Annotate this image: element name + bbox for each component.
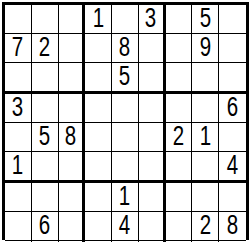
sudoku-board: 135728953658211416428489 (2, 2, 249, 240)
cell-r5c2: 5 (32, 123, 59, 152)
cell-r5c3: 8 (59, 123, 86, 152)
cell-r2c3[interactable] (59, 34, 86, 63)
cell-r3c4[interactable] (85, 63, 112, 94)
cell-r8c3[interactable] (59, 212, 86, 241)
cell-r3c6[interactable] (139, 63, 166, 94)
given-digit: 7 (12, 34, 23, 62)
given-digit: 2 (200, 212, 211, 240)
cell-r4c8[interactable] (192, 94, 219, 123)
cell-r1c8: 5 (192, 5, 219, 34)
cell-r3c5: 5 (112, 63, 139, 94)
cell-r2c5: 8 (112, 34, 139, 63)
cell-r2c9[interactable] (219, 34, 246, 63)
cell-r3c2[interactable] (32, 63, 59, 94)
cell-r2c4[interactable] (85, 34, 112, 63)
given-digit: 3 (145, 5, 156, 33)
given-digit: 1 (12, 152, 23, 180)
given-digit: 1 (119, 183, 130, 211)
cell-r6c3[interactable] (59, 152, 86, 183)
cell-r5c8: 1 (192, 123, 219, 152)
cell-r8c1[interactable] (5, 212, 32, 241)
cell-r6c2[interactable] (32, 152, 59, 183)
cell-r4c9: 6 (219, 94, 246, 123)
cell-r5c6[interactable] (139, 123, 166, 152)
given-digit: 1 (200, 123, 211, 151)
cell-r7c2[interactable] (32, 183, 59, 212)
cell-r5c4[interactable] (85, 123, 112, 152)
given-digit: 4 (227, 152, 238, 180)
cell-r4c7[interactable] (166, 94, 193, 123)
given-digit: 5 (39, 123, 50, 151)
cell-r1c6: 3 (139, 5, 166, 34)
cell-r6c5[interactable] (112, 152, 139, 183)
cell-r1c5[interactable] (112, 5, 139, 34)
given-digit: 9 (200, 34, 211, 62)
cell-r5c9[interactable] (219, 123, 246, 152)
given-digit: 1 (93, 5, 104, 33)
given-digit: 2 (173, 123, 184, 151)
cell-r7c3[interactable] (59, 183, 86, 212)
cell-r8c5: 4 (112, 212, 139, 241)
cell-r8c6[interactable] (139, 212, 166, 241)
cell-r2c8: 9 (192, 34, 219, 63)
cell-r6c7[interactable] (166, 152, 193, 183)
cell-r7c4[interactable] (85, 183, 112, 212)
cell-r5c1[interactable] (5, 123, 32, 152)
cell-r3c9[interactable] (219, 63, 246, 94)
given-digit: 4 (119, 212, 130, 240)
cell-r3c8[interactable] (192, 63, 219, 94)
cell-r8c4[interactable] (85, 212, 112, 241)
cell-r2c2: 2 (32, 34, 59, 63)
cell-r1c3[interactable] (59, 5, 86, 34)
cell-r8c9: 8 (219, 212, 246, 241)
cell-r7c1[interactable] (5, 183, 32, 212)
given-digit: 8 (227, 212, 238, 240)
given-digit: 3 (12, 94, 23, 122)
cell-r4c2[interactable] (32, 94, 59, 123)
cell-r2c6[interactable] (139, 34, 166, 63)
cell-r4c4[interactable] (85, 94, 112, 123)
cell-r3c3[interactable] (59, 63, 86, 94)
given-digit: 8 (119, 34, 130, 62)
cell-r6c1: 1 (5, 152, 32, 183)
cell-r7c5: 1 (112, 183, 139, 212)
given-digit: 6 (227, 94, 238, 122)
cell-r7c9[interactable] (219, 183, 246, 212)
given-digit: 5 (119, 63, 130, 91)
cell-r1c7[interactable] (166, 5, 193, 34)
cell-r4c1: 3 (5, 94, 32, 123)
cell-r4c3[interactable] (59, 94, 86, 123)
cell-r7c8[interactable] (192, 183, 219, 212)
cell-r7c6[interactable] (139, 183, 166, 212)
cell-r6c8[interactable] (192, 152, 219, 183)
cell-r1c2[interactable] (32, 5, 59, 34)
cell-r5c5[interactable] (112, 123, 139, 152)
cell-r3c7[interactable] (166, 63, 193, 94)
cell-r1c9[interactable] (219, 5, 246, 34)
cell-r8c2: 6 (32, 212, 59, 241)
cell-r8c8: 2 (192, 212, 219, 241)
given-digit: 8 (65, 123, 76, 151)
cell-r8c7[interactable] (166, 212, 193, 241)
cell-r1c4: 1 (85, 5, 112, 34)
cell-r4c6[interactable] (139, 94, 166, 123)
cell-r2c7[interactable] (166, 34, 193, 63)
cell-r6c4[interactable] (85, 152, 112, 183)
given-digit: 6 (39, 212, 50, 240)
given-digit: 5 (200, 5, 211, 33)
cell-r1c1[interactable] (5, 5, 32, 34)
cell-r5c7: 2 (166, 123, 193, 152)
cell-r6c6[interactable] (139, 152, 166, 183)
given-digit: 2 (39, 34, 50, 62)
cell-r2c1: 7 (5, 34, 32, 63)
cell-r7c7[interactable] (166, 183, 193, 212)
cell-r6c9: 4 (219, 152, 246, 183)
cell-r4c5[interactable] (112, 94, 139, 123)
cell-r3c1[interactable] (5, 63, 32, 94)
